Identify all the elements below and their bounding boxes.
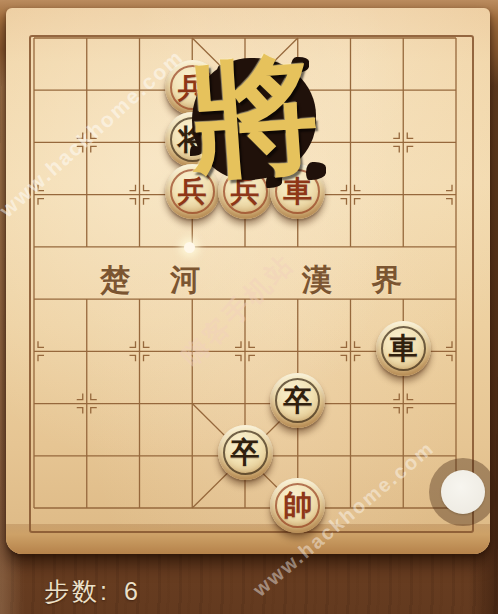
floating-action-button[interactable] <box>429 458 497 526</box>
river-char: 界 <box>372 260 402 301</box>
piece-glyph: 車 <box>270 164 325 219</box>
piece-glyph: 兵 <box>165 60 220 115</box>
piece-glyph: 帥 <box>270 478 325 533</box>
river-label-right: 漢 界 <box>302 262 402 298</box>
piece-glyph: 将 <box>165 112 220 167</box>
river-label-left: 楚 河 <box>100 262 200 298</box>
river-char: 河 <box>170 260 200 301</box>
piece-red-兵[interactable]: 兵 <box>165 164 220 219</box>
river-char: 楚 <box>100 260 130 301</box>
piece-red-兵[interactable]: 兵 <box>165 60 220 115</box>
piece-red-帥[interactable]: 帥 <box>270 478 325 533</box>
river-char: 漢 <box>302 260 332 301</box>
piece-glyph: 卒 <box>270 373 325 428</box>
floating-button-core <box>441 470 485 514</box>
piece-black-車[interactable]: 車 <box>376 321 431 376</box>
piece-black-卒[interactable]: 卒 <box>218 425 273 480</box>
steps-value: 6 <box>124 577 138 605</box>
move-indicator-glow <box>184 242 195 253</box>
piece-glyph: 卒 <box>218 425 273 480</box>
steps-counter: 步数:6 <box>44 575 138 608</box>
piece-black-将[interactable]: 将 <box>165 112 220 167</box>
piece-red-兵[interactable]: 兵 <box>218 164 273 219</box>
steps-label: 步数: <box>44 577 110 605</box>
piece-glyph: 兵 <box>218 164 273 219</box>
piece-black-卒[interactable]: 卒 <box>270 373 325 428</box>
piece-red-車[interactable]: 車 <box>270 164 325 219</box>
piece-glyph: 車 <box>376 321 431 376</box>
piece-glyph: 兵 <box>165 164 220 219</box>
